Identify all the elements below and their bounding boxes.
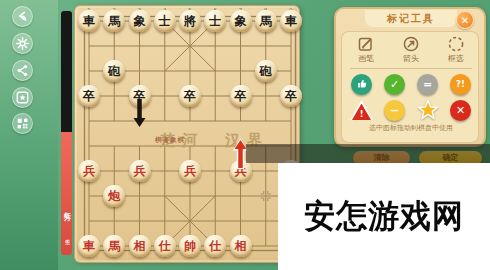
marker-tools-dialog: 标记工具 ✕ 画笔 箭头 框选 ✓=?!!−✕ 选中图标拖动到棋盘中使用 清除 …: [334, 7, 486, 147]
black-arrow: [134, 99, 146, 127]
tool-arrow[interactable]: 箭头: [388, 35, 434, 64]
dialog-panel: 画笔 箭头 框选 ✓=?!!−✕ 选中图标拖动到棋盘中使用 清除 确定: [341, 31, 479, 143]
dialog-hint: 选中图标拖动到棋盘中使用: [342, 123, 480, 133]
watermark-shadow-band: [246, 144, 490, 163]
qrcode-icon: [15, 116, 30, 131]
app-window: 红方 先手 123456789 楚河 棋者象棋 汉界 車馬象士將士象馬車砲砲卒卒…: [0, 0, 490, 270]
marker-check[interactable]: ✓: [384, 74, 405, 95]
marquee-icon: [433, 35, 479, 53]
pen-icon: [343, 35, 389, 53]
marker-star[interactable]: [417, 99, 439, 121]
share-button[interactable]: [12, 60, 33, 81]
favorite-button[interactable]: [12, 87, 33, 108]
marquee-label: 框选: [433, 53, 479, 64]
black-turn-strip: [61, 11, 72, 132]
close-button[interactable]: ✕: [456, 11, 474, 29]
share-icon: [15, 63, 30, 78]
marker-cross[interactable]: ✕: [450, 100, 471, 121]
tool-marquee[interactable]: 框选: [433, 35, 479, 64]
sidebar: [0, 0, 58, 270]
close-icon: ✕: [461, 15, 469, 26]
arrow-tool-label: 箭头: [388, 53, 434, 64]
marker-thumbs-up[interactable]: [351, 74, 372, 95]
marker-grid: ✓=?!!−✕: [345, 71, 477, 123]
marker-warning[interactable]: !: [350, 100, 373, 120]
watermark-text: 安怎游戏网: [304, 194, 464, 238]
marker-minus[interactable]: −: [384, 100, 405, 121]
red-strip-label: 红方: [61, 194, 72, 220]
divider: [350, 68, 472, 69]
red-turn-strip: 红方 先手: [61, 132, 72, 255]
qrcode-button[interactable]: [12, 113, 33, 134]
marker-question-exclaim[interactable]: ?!: [450, 74, 471, 95]
marker-equals[interactable]: =: [417, 74, 438, 95]
back-button[interactable]: [12, 6, 33, 27]
annotation-arrows: [75, 6, 301, 264]
xiangqi-board[interactable]: 123456789 楚河 棋者象棋 汉界 車馬象士將士象馬車砲砲卒卒卒卒卒兵兵兵…: [74, 5, 300, 263]
watermark-box: 安怎游戏网: [278, 163, 490, 270]
gear-icon: [15, 36, 30, 51]
star-square-icon: [15, 90, 30, 105]
back-icon: [15, 9, 30, 24]
dialog-title: 标记工具: [365, 10, 457, 27]
pen-label: 画笔: [343, 53, 389, 64]
red-strip-sublabel: 先手: [61, 224, 72, 244]
arrow-tool-icon: [388, 35, 434, 53]
settings-button[interactable]: [12, 33, 33, 54]
tool-pen[interactable]: 画笔: [343, 35, 389, 64]
